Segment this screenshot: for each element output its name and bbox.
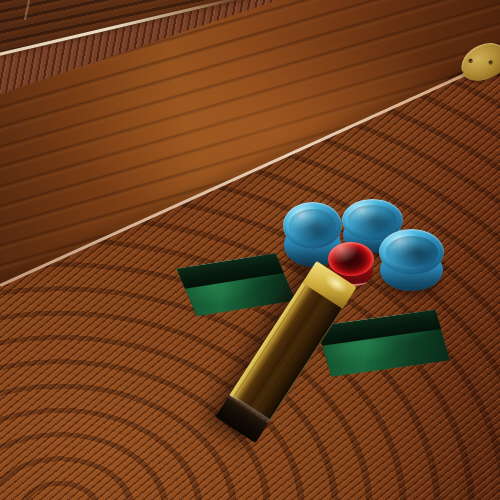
hinge-screw <box>468 58 473 63</box>
blue-checker-right[interactable] <box>379 229 444 291</box>
checker-dish <box>386 236 438 269</box>
hinge-screw <box>488 60 493 65</box>
leaf-plank-joint <box>24 0 30 20</box>
games-table-photo <box>0 0 500 500</box>
red-disc-top <box>328 242 374 276</box>
